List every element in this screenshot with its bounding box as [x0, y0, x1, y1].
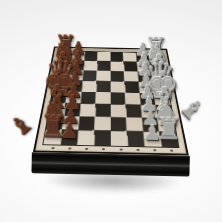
- border-coordinate-mark: ·: [153, 149, 156, 151]
- border-coordinate-mark: ·: [68, 148, 71, 150]
- board-plane: ········: [33, 46, 189, 155]
- chessboard-3d: ········: [33, 0, 193, 156]
- board-squares: [42, 51, 179, 148]
- border-coordinate-mark: ·: [136, 149, 139, 151]
- border-coordinate-mark: ·: [119, 149, 122, 151]
- border-coordinate-mark: ·: [170, 150, 173, 152]
- product-photo-scene: ········ ♜♟♟♜♞♟♟♞♝♟♟♝♛♟♟♛♚♟♟♚♝♟♟♝♞♟♟♞♜♟♟…: [0, 0, 222, 222]
- board-rig: ········ ♜♟♟♜♞♟♟♞♝♟♟♝♛♟♟♛♚♟♟♚♝♟♟♝♞♟♟♞♜♟♟…: [0, 0, 222, 222]
- border-coordinate-mark: ·: [102, 148, 105, 150]
- border-coordinate-mark: ·: [85, 148, 88, 150]
- board-box-front-face: [31, 152, 189, 176]
- border-coordinate-mark: ·: [51, 147, 54, 149]
